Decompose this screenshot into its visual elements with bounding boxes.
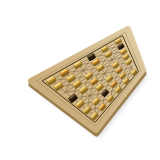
game-board-photo [0,0,160,160]
photo-scene [0,0,160,160]
